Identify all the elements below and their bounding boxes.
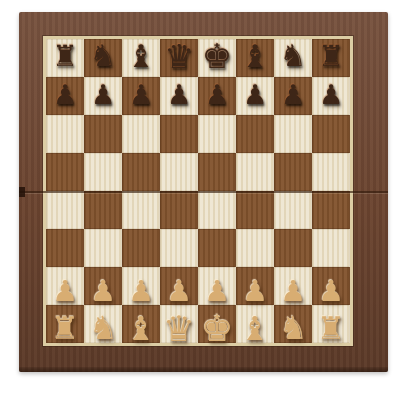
square-b6[interactable] <box>84 115 122 153</box>
white-pawn[interactable]: ♟ <box>52 276 78 305</box>
square-a7[interactable]: ♟ <box>46 77 84 115</box>
fold-seam-hinge <box>19 191 388 193</box>
square-a1[interactable]: ♜ <box>46 305 84 343</box>
black-knight[interactable]: ♞ <box>90 41 117 71</box>
square-g3[interactable] <box>274 229 312 267</box>
square-a2[interactable]: ♟ <box>46 267 84 305</box>
square-f6[interactable] <box>236 115 274 153</box>
square-f1[interactable]: ♝ <box>236 305 274 343</box>
white-queen[interactable]: ♛ <box>163 310 195 345</box>
square-h2[interactable]: ♟ <box>312 267 350 305</box>
square-g1[interactable]: ♞ <box>274 305 312 343</box>
square-e2[interactable]: ♟ <box>198 267 236 305</box>
square-e4[interactable] <box>198 191 236 229</box>
square-a4[interactable] <box>46 191 84 229</box>
square-b1[interactable]: ♞ <box>84 305 122 343</box>
square-e5[interactable] <box>198 153 236 191</box>
black-pawn[interactable]: ♟ <box>129 81 153 108</box>
square-g2[interactable]: ♟ <box>274 267 312 305</box>
square-d7[interactable]: ♟ <box>160 77 198 115</box>
square-h7[interactable]: ♟ <box>312 77 350 115</box>
white-pawn[interactable]: ♟ <box>166 276 192 305</box>
square-e6[interactable] <box>198 115 236 153</box>
white-knight[interactable]: ♞ <box>279 312 308 344</box>
square-d4[interactable] <box>160 191 198 229</box>
white-bishop[interactable]: ♝ <box>126 311 156 344</box>
square-e1[interactable]: ♚ <box>198 305 236 343</box>
square-f4[interactable] <box>236 191 274 229</box>
square-h1[interactable]: ♜ <box>312 305 350 343</box>
chess-board: ♜♞♝♛♚♝♞♜♟♟♟♟♟♟♟♟♟♟♟♟♟♟♟♟♜♞♝♛♚♝♞♜ <box>19 12 388 372</box>
square-a5[interactable] <box>46 153 84 191</box>
square-h4[interactable] <box>312 191 350 229</box>
square-h5[interactable] <box>312 153 350 191</box>
square-g5[interactable] <box>274 153 312 191</box>
square-a6[interactable] <box>46 115 84 153</box>
square-e7[interactable]: ♟ <box>198 77 236 115</box>
square-c5[interactable] <box>122 153 160 191</box>
square-g8[interactable]: ♞ <box>274 39 312 77</box>
square-c4[interactable] <box>122 191 160 229</box>
square-g7[interactable]: ♟ <box>274 77 312 115</box>
square-d3[interactable] <box>160 229 198 267</box>
square-d8[interactable]: ♛ <box>160 39 198 77</box>
black-pawn[interactable]: ♟ <box>243 81 267 108</box>
black-pawn[interactable]: ♟ <box>53 81 77 108</box>
white-pawn[interactable]: ♟ <box>128 276 154 305</box>
hinge-notch <box>19 187 25 197</box>
black-rook[interactable]: ♜ <box>318 42 344 71</box>
black-pawn[interactable]: ♟ <box>91 81 115 108</box>
white-pawn[interactable]: ♟ <box>280 276 306 305</box>
white-pawn[interactable]: ♟ <box>242 276 268 305</box>
square-f2[interactable]: ♟ <box>236 267 274 305</box>
black-pawn[interactable]: ♟ <box>319 81 343 108</box>
square-h3[interactable] <box>312 229 350 267</box>
white-knight[interactable]: ♞ <box>89 312 118 344</box>
white-king[interactable]: ♚ <box>201 310 234 346</box>
square-b7[interactable]: ♟ <box>84 77 122 115</box>
square-d6[interactable] <box>160 115 198 153</box>
black-bishop[interactable]: ♝ <box>127 41 155 72</box>
square-c8[interactable]: ♝ <box>122 39 160 77</box>
white-rook[interactable]: ♜ <box>317 312 345 343</box>
square-h6[interactable] <box>312 115 350 153</box>
white-pawn[interactable]: ♟ <box>318 276 344 305</box>
black-pawn[interactable]: ♟ <box>205 81 229 108</box>
square-b2[interactable]: ♟ <box>84 267 122 305</box>
square-b3[interactable] <box>84 229 122 267</box>
square-b8[interactable]: ♞ <box>84 39 122 77</box>
square-e3[interactable] <box>198 229 236 267</box>
square-g6[interactable] <box>274 115 312 153</box>
black-pawn[interactable]: ♟ <box>281 81 305 108</box>
square-a8[interactable]: ♜ <box>46 39 84 77</box>
white-rook[interactable]: ♜ <box>51 312 79 343</box>
square-g4[interactable] <box>274 191 312 229</box>
square-f7[interactable]: ♟ <box>236 77 274 115</box>
square-d1[interactable]: ♛ <box>160 305 198 343</box>
square-c3[interactable] <box>122 229 160 267</box>
white-pawn[interactable]: ♟ <box>90 276 116 305</box>
square-f5[interactable] <box>236 153 274 191</box>
black-rook[interactable]: ♜ <box>52 42 78 71</box>
black-pawn[interactable]: ♟ <box>167 81 191 108</box>
square-f3[interactable] <box>236 229 274 267</box>
square-c1[interactable]: ♝ <box>122 305 160 343</box>
square-b4[interactable] <box>84 191 122 229</box>
square-c2[interactable]: ♟ <box>122 267 160 305</box>
black-knight[interactable]: ♞ <box>280 41 307 71</box>
square-c7[interactable]: ♟ <box>122 77 160 115</box>
square-c6[interactable] <box>122 115 160 153</box>
square-f8[interactable]: ♝ <box>236 39 274 77</box>
square-d2[interactable]: ♟ <box>160 267 198 305</box>
square-a3[interactable] <box>46 229 84 267</box>
white-pawn[interactable]: ♟ <box>204 276 230 305</box>
square-b5[interactable] <box>84 153 122 191</box>
square-h8[interactable]: ♜ <box>312 39 350 77</box>
square-e8[interactable]: ♚ <box>198 39 236 77</box>
black-bishop[interactable]: ♝ <box>241 41 269 72</box>
black-queen[interactable]: ♛ <box>164 40 194 73</box>
white-bishop[interactable]: ♝ <box>240 311 270 344</box>
black-king[interactable]: ♚ <box>202 39 232 73</box>
square-d5[interactable] <box>160 153 198 191</box>
